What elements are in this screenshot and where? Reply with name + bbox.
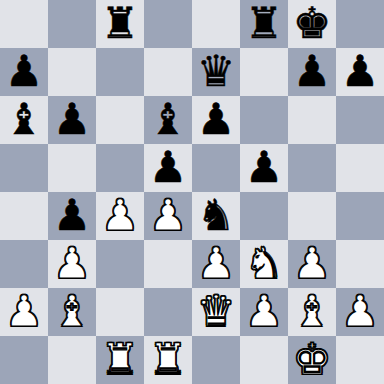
black-pawn[interactable]: ♟	[5, 48, 44, 95]
square-e1[interactable]	[192, 336, 240, 384]
square-f2[interactable]: ♟	[240, 288, 288, 336]
square-c7[interactable]	[96, 48, 144, 96]
square-d2[interactable]	[144, 288, 192, 336]
square-d5[interactable]: ♟	[144, 144, 192, 192]
square-a3[interactable]	[0, 240, 48, 288]
white-queen[interactable]: ♛	[197, 288, 236, 335]
square-c6[interactable]	[96, 96, 144, 144]
square-g1[interactable]: ♚	[288, 336, 336, 384]
square-a4[interactable]	[0, 192, 48, 240]
square-f8[interactable]: ♜	[240, 0, 288, 48]
black-bishop[interactable]: ♝	[5, 96, 44, 143]
square-e5[interactable]	[192, 144, 240, 192]
square-g2[interactable]: ♝	[288, 288, 336, 336]
square-f1[interactable]	[240, 336, 288, 384]
square-h6[interactable]	[336, 96, 384, 144]
chess-board: ♜♜♚♟♛♟♟♝♟♝♟♟♟♟♟♟♞♟♟♞♟♟♝♛♟♝♟♜♜♚	[0, 0, 384, 384]
square-h4[interactable]	[336, 192, 384, 240]
square-e3[interactable]: ♟	[192, 240, 240, 288]
black-bishop[interactable]: ♝	[149, 96, 188, 143]
square-g7[interactable]: ♟	[288, 48, 336, 96]
square-e2[interactable]: ♛	[192, 288, 240, 336]
square-b5[interactable]	[48, 144, 96, 192]
square-e8[interactable]	[192, 0, 240, 48]
square-g4[interactable]	[288, 192, 336, 240]
black-rook[interactable]: ♜	[245, 0, 284, 47]
black-king[interactable]: ♚	[293, 0, 332, 47]
square-f4[interactable]	[240, 192, 288, 240]
square-e7[interactable]: ♛	[192, 48, 240, 96]
white-bishop[interactable]: ♝	[53, 288, 92, 335]
black-knight[interactable]: ♞	[197, 192, 236, 239]
square-b4[interactable]: ♟	[48, 192, 96, 240]
square-g5[interactable]	[288, 144, 336, 192]
white-pawn[interactable]: ♟	[53, 240, 92, 287]
square-h2[interactable]: ♟	[336, 288, 384, 336]
white-pawn[interactable]: ♟	[149, 192, 188, 239]
square-c3[interactable]	[96, 240, 144, 288]
black-pawn[interactable]: ♟	[149, 144, 188, 191]
black-pawn[interactable]: ♟	[53, 192, 92, 239]
square-g6[interactable]	[288, 96, 336, 144]
square-h1[interactable]	[336, 336, 384, 384]
square-b7[interactable]	[48, 48, 96, 96]
black-pawn[interactable]: ♟	[341, 48, 380, 95]
square-b6[interactable]: ♟	[48, 96, 96, 144]
square-c8[interactable]: ♜	[96, 0, 144, 48]
square-b3[interactable]: ♟	[48, 240, 96, 288]
square-e6[interactable]: ♟	[192, 96, 240, 144]
white-rook[interactable]: ♜	[149, 336, 188, 383]
black-queen[interactable]: ♛	[197, 48, 236, 95]
square-h5[interactable]	[336, 144, 384, 192]
square-e4[interactable]: ♞	[192, 192, 240, 240]
square-c2[interactable]	[96, 288, 144, 336]
white-pawn[interactable]: ♟	[293, 240, 332, 287]
square-d3[interactable]	[144, 240, 192, 288]
black-pawn[interactable]: ♟	[197, 96, 236, 143]
white-bishop[interactable]: ♝	[293, 288, 332, 335]
black-pawn[interactable]: ♟	[53, 96, 92, 143]
square-a2[interactable]: ♟	[0, 288, 48, 336]
square-g3[interactable]: ♟	[288, 240, 336, 288]
square-a5[interactable]	[0, 144, 48, 192]
white-pawn[interactable]: ♟	[101, 192, 140, 239]
square-b2[interactable]: ♝	[48, 288, 96, 336]
square-d1[interactable]: ♜	[144, 336, 192, 384]
white-pawn[interactable]: ♟	[341, 288, 380, 335]
square-c1[interactable]: ♜	[96, 336, 144, 384]
white-pawn[interactable]: ♟	[5, 288, 44, 335]
square-a6[interactable]: ♝	[0, 96, 48, 144]
square-h8[interactable]	[336, 0, 384, 48]
square-d6[interactable]: ♝	[144, 96, 192, 144]
black-pawn[interactable]: ♟	[245, 144, 284, 191]
square-a1[interactable]	[0, 336, 48, 384]
square-h3[interactable]	[336, 240, 384, 288]
square-c5[interactable]	[96, 144, 144, 192]
square-f3[interactable]: ♞	[240, 240, 288, 288]
white-pawn[interactable]: ♟	[197, 240, 236, 287]
square-h7[interactable]: ♟	[336, 48, 384, 96]
black-rook[interactable]: ♜	[101, 0, 140, 47]
white-rook[interactable]: ♜	[101, 336, 140, 383]
square-d8[interactable]	[144, 0, 192, 48]
black-pawn[interactable]: ♟	[293, 48, 332, 95]
white-knight[interactable]: ♞	[245, 240, 284, 287]
square-c4[interactable]: ♟	[96, 192, 144, 240]
white-pawn[interactable]: ♟	[245, 288, 284, 335]
square-b1[interactable]	[48, 336, 96, 384]
square-d4[interactable]: ♟	[144, 192, 192, 240]
square-f7[interactable]	[240, 48, 288, 96]
square-a8[interactable]	[0, 0, 48, 48]
square-d7[interactable]	[144, 48, 192, 96]
white-king[interactable]: ♚	[293, 336, 332, 383]
square-a7[interactable]: ♟	[0, 48, 48, 96]
square-b8[interactable]	[48, 0, 96, 48]
square-g8[interactable]: ♚	[288, 0, 336, 48]
square-f5[interactable]: ♟	[240, 144, 288, 192]
square-f6[interactable]	[240, 96, 288, 144]
